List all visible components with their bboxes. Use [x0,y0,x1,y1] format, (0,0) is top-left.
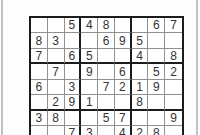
cell-r4c4[interactable]: 9 [81,64,98,79]
cell-r7c7[interactable] [132,111,149,126]
page-edge-left [1,0,3,135]
cell-r1c8[interactable]: 6 [148,18,165,33]
cell-r7c1[interactable]: 3 [31,111,48,126]
cell-r8c6[interactable]: 4 [115,126,132,135]
cell-r1c4[interactable]: 4 [81,18,98,33]
cell-r7c8[interactable] [148,111,165,126]
cell-r3c8[interactable] [148,49,165,64]
cell-r6c5[interactable] [98,95,115,110]
cell-r5c1[interactable]: 6 [31,80,48,95]
cell-r3c7[interactable]: 4 [132,49,149,64]
cell-r2c5[interactable]: 6 [98,33,115,48]
cell-r6c4[interactable]: 1 [81,95,98,110]
cell-r8c3[interactable]: 7 [65,126,82,135]
cell-r8c4[interactable]: 3 [81,126,98,135]
cell-r4c8[interactable]: 5 [148,64,165,79]
cell-r3c4[interactable]: 5 [81,49,98,64]
cell-r3c3[interactable]: 6 [65,49,82,64]
cell-r5c7[interactable]: 1 [132,80,149,95]
cell-r4c7[interactable] [132,64,149,79]
cell-r3c2[interactable] [48,49,65,64]
cell-r8c9[interactable] [165,126,182,135]
cell-r7c4[interactable] [81,111,98,126]
cell-r5c6[interactable]: 2 [115,80,132,95]
cell-r3c1[interactable]: 7 [31,49,48,64]
cell-r7c3[interactable] [65,111,82,126]
cell-r5c2[interactable] [48,80,65,95]
cell-r2c4[interactable] [81,33,98,48]
cell-r6c2[interactable]: 2 [48,95,65,110]
cell-r3c6[interactable] [115,49,132,64]
cell-r6c3[interactable]: 9 [65,95,82,110]
cell-r4c2[interactable]: 7 [48,64,65,79]
cell-r3c5[interactable] [98,49,115,64]
cell-r1c7[interactable] [132,18,149,33]
cell-r6c1[interactable] [31,95,48,110]
cell-r8c8[interactable]: 8 [148,126,165,135]
cell-r8c1[interactable] [31,126,48,135]
cell-r2c1[interactable]: 8 [31,33,48,48]
page-edge-right [196,0,198,135]
cell-r7c5[interactable]: 5 [98,111,115,126]
cell-r6c6[interactable] [115,95,132,110]
cell-r6c9[interactable] [165,95,182,110]
cell-r4c3[interactable] [65,64,82,79]
cell-r8c5[interactable] [98,126,115,135]
cell-r2c7[interactable]: 5 [132,33,149,48]
cell-r5c4[interactable] [81,80,98,95]
cell-r5c3[interactable]: 3 [65,80,82,95]
cell-r1c6[interactable] [115,18,132,33]
cell-r7c9[interactable]: 9 [165,111,182,126]
cell-r1c2[interactable] [48,18,65,33]
cell-r4c6[interactable]: 6 [115,64,132,79]
cell-r8c2[interactable] [48,126,65,135]
sudoku-page: 5486783695765487965263721929183857973428 [0,0,200,135]
cell-r5c8[interactable]: 9 [148,80,165,95]
cell-r5c9[interactable] [165,80,182,95]
cell-r8c7[interactable]: 2 [132,126,149,135]
cell-r6c8[interactable] [148,95,165,110]
cell-r7c6[interactable]: 7 [115,111,132,126]
cell-r4c9[interactable]: 2 [165,64,182,79]
cell-r1c9[interactable]: 7 [165,18,182,33]
cell-r7c2[interactable]: 8 [48,111,65,126]
cell-r5c5[interactable]: 7 [98,80,115,95]
cell-r2c3[interactable] [65,33,82,48]
cell-r2c6[interactable]: 9 [115,33,132,48]
cell-r1c3[interactable]: 5 [65,18,82,33]
cell-r2c2[interactable]: 3 [48,33,65,48]
cell-r4c1[interactable] [31,64,48,79]
sudoku-board: 5486783695765487965263721929183857973428 [29,16,184,135]
cell-r3c9[interactable]: 8 [165,49,182,64]
cell-r4c5[interactable] [98,64,115,79]
cell-r2c8[interactable] [148,33,165,48]
cell-r6c7[interactable]: 8 [132,95,149,110]
cell-r1c5[interactable]: 8 [98,18,115,33]
cell-r2c9[interactable] [165,33,182,48]
cell-r1c1[interactable] [31,18,48,33]
